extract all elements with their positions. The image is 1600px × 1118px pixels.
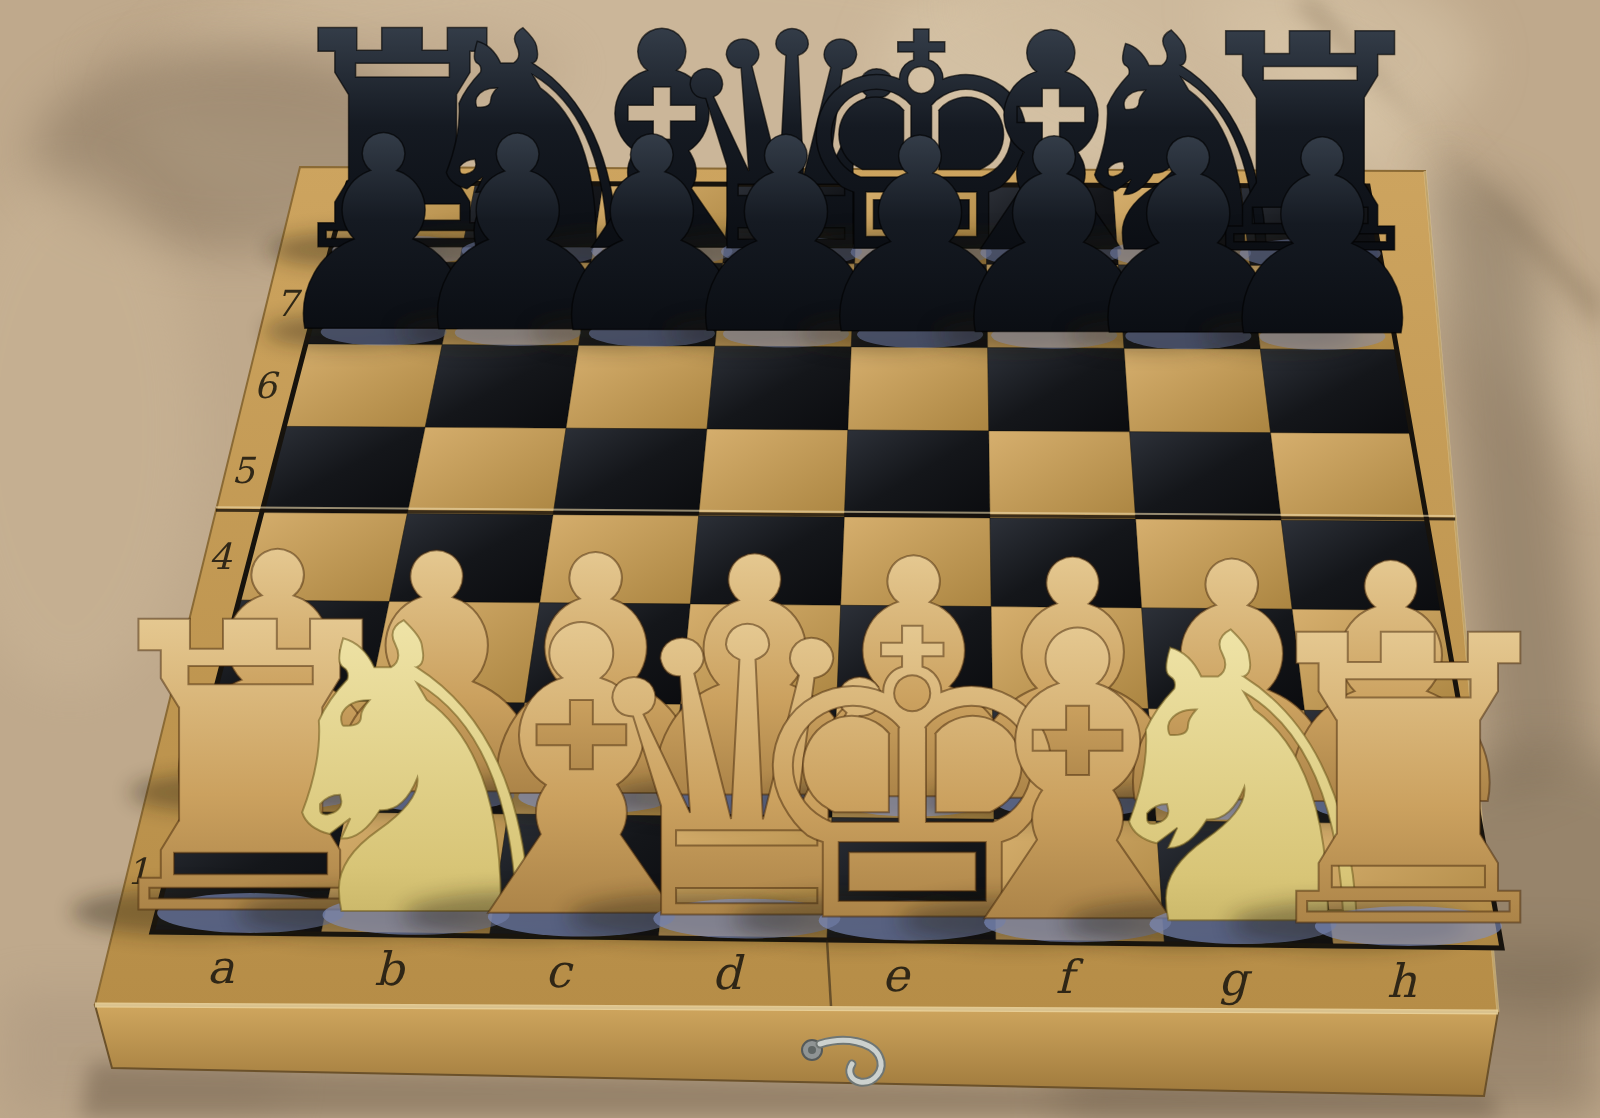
- piece-glyph: ♜: [1230, 553, 1587, 1016]
- chess-pieces: ♜ ♞ ♝ ♛ ♚ ♝ ♞ ♜ ♟ ♟ ♟ ♟ ♟ ♟ ♟ ♟ ♟ ♟ ♟ ♟ …: [71, 0, 1586, 1016]
- chessboard-photo: a b c d e f g h 7 6 5 4 1 ♜ ♞ ♝ ♛ ♚ ♝ ♞ …: [0, 0, 1600, 1118]
- piece-glyph: ♟: [1202, 84, 1442, 396]
- photo-scene: a b c d e f g h 7 6 5 4 1 ♜ ♞ ♝ ♛ ♚ ♝ ♞ …: [0, 0, 1600, 1118]
- clasp-screw-center: [808, 1046, 816, 1054]
- piece-white-rook-h1: ♜: [1229, 553, 1587, 1016]
- piece-black-pawn-h7: ♟: [1202, 84, 1443, 396]
